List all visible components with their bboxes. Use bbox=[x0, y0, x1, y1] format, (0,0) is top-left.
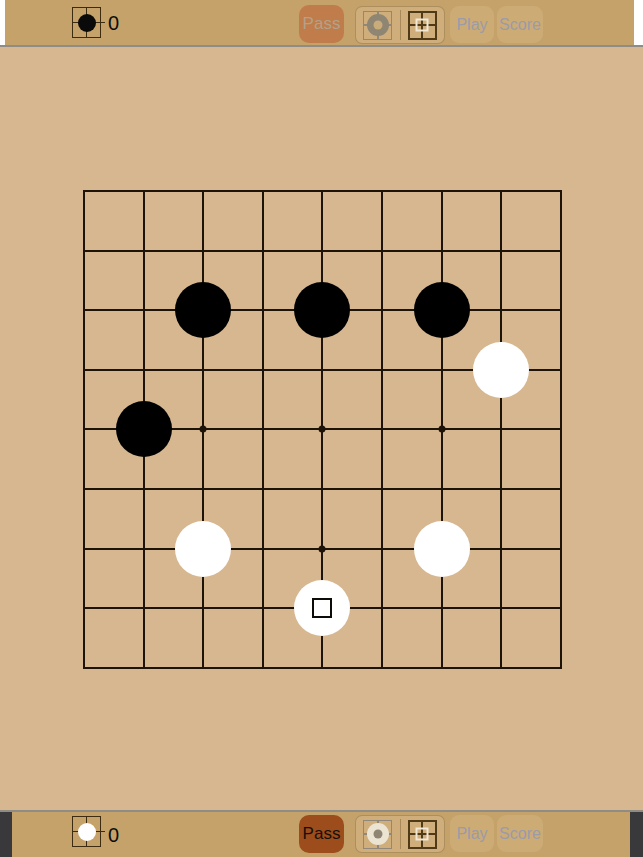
bottom-bar: 0 Pass Play Score bbox=[0, 810, 643, 857]
white-capture-count: 0 bbox=[108, 823, 119, 846]
white-stone bbox=[473, 342, 529, 398]
star-point bbox=[200, 426, 207, 433]
last-move-marker bbox=[312, 598, 332, 618]
white-play-button[interactable]: Play bbox=[450, 815, 494, 852]
board-area bbox=[0, 47, 643, 810]
white-tool-switcher bbox=[355, 815, 445, 853]
white-pass-button[interactable]: Pass bbox=[299, 815, 344, 853]
black-pass-button[interactable]: Pass bbox=[299, 5, 344, 43]
white-stone bbox=[414, 521, 470, 577]
go-board[interactable] bbox=[83, 190, 562, 669]
black-tool-switcher bbox=[355, 6, 445, 44]
black-stone-glyph bbox=[78, 14, 96, 32]
counter-icon-tick bbox=[101, 831, 105, 833]
star-point bbox=[438, 426, 445, 433]
black-stone-tool-button[interactable] bbox=[356, 7, 400, 43]
star-point bbox=[319, 545, 326, 552]
app-screen: 0 Pass Play Score 0 Pas bbox=[0, 0, 643, 857]
black-play-button[interactable]: Play bbox=[450, 6, 494, 43]
white-stone-tool-button[interactable] bbox=[356, 816, 400, 852]
marker-tool-icon bbox=[408, 11, 437, 40]
black-stone bbox=[175, 282, 231, 338]
white-marker-tool-button[interactable] bbox=[401, 816, 445, 852]
top-bar: 0 Pass Play Score bbox=[0, 0, 643, 47]
white-stone-counter-icon bbox=[72, 816, 101, 847]
white-stone bbox=[175, 521, 231, 577]
black-stone-counter-icon bbox=[72, 7, 101, 38]
black-stone bbox=[414, 282, 470, 338]
stone-tool-icon bbox=[363, 820, 392, 849]
black-stone bbox=[294, 282, 350, 338]
white-stone bbox=[294, 580, 350, 636]
counter-icon-tick bbox=[101, 22, 105, 24]
white-score-button[interactable]: Score bbox=[497, 815, 543, 852]
black-marker-tool-button[interactable] bbox=[401, 7, 445, 43]
star-point bbox=[319, 426, 326, 433]
stone-tool-icon bbox=[363, 11, 392, 40]
black-capture-count: 0 bbox=[108, 11, 119, 34]
black-stone bbox=[116, 401, 172, 457]
marker-tool-icon bbox=[408, 820, 437, 849]
white-stone-glyph bbox=[78, 823, 96, 841]
black-score-button[interactable]: Score bbox=[497, 6, 543, 43]
